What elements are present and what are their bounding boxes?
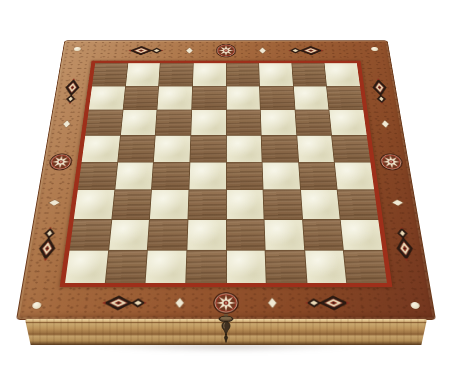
square-g8[interactable] [292,63,326,85]
square-d1[interactable] [186,251,225,283]
diamond-motif-inlay [101,295,148,312]
square-b2[interactable] [109,220,149,250]
square-e8[interactable] [226,63,259,85]
square-a8[interactable] [92,63,127,85]
diamond-motif-inlay [381,236,426,251]
corner-dot-inlay [410,302,420,309]
star-medallion-inlay [212,291,240,315]
square-c5[interactable] [154,136,190,162]
square-e2[interactable] [226,220,264,250]
corner-dot-inlay [371,47,379,51]
square-e3[interactable] [226,190,263,219]
square-b6[interactable] [121,110,157,135]
square-c8[interactable] [159,63,193,85]
square-a6[interactable] [85,110,122,135]
square-f7[interactable] [260,86,294,109]
square-h8[interactable] [325,63,360,85]
square-d6[interactable] [191,110,225,135]
playing-area [60,61,393,288]
square-g6[interactable] [295,110,331,135]
square-e4[interactable] [226,162,262,189]
square-c6[interactable] [156,110,191,135]
square-c2[interactable] [148,220,187,250]
diamond-motif-inlay [288,45,325,55]
square-c1[interactable] [146,251,187,283]
square-grid [65,63,387,283]
square-a2[interactable] [70,220,111,250]
diamond-motif-inlay [52,85,91,96]
square-b1[interactable] [105,251,147,283]
star-medallion-inlay [378,153,405,171]
corner-dot-inlay [32,302,42,309]
star-medallion-inlay [47,153,74,171]
square-g4[interactable] [299,162,337,189]
square-h4[interactable] [335,162,374,189]
square-h7[interactable] [327,86,363,109]
square-f5[interactable] [262,136,298,162]
diamond-motif-inlay [25,236,70,251]
square-f6[interactable] [261,110,296,135]
square-a1[interactable] [65,251,108,283]
small-diamond-inlay [174,297,184,309]
square-e6[interactable] [226,110,260,135]
diamond-motif-inlay [361,85,400,96]
square-h3[interactable] [338,190,378,219]
square-b8[interactable] [126,63,160,85]
square-g5[interactable] [297,136,334,162]
corner-dot-inlay [73,47,81,51]
square-g1[interactable] [305,251,347,283]
square-c3[interactable] [150,190,188,219]
square-a4[interactable] [78,162,117,189]
square-d2[interactable] [187,220,225,250]
square-g2[interactable] [303,220,343,250]
drawer-knob[interactable] [217,314,235,348]
square-d3[interactable] [188,190,225,219]
square-d4[interactable] [189,162,225,189]
square-b7[interactable] [123,86,158,109]
square-g7[interactable] [294,86,329,109]
square-f4[interactable] [263,162,300,189]
square-c4[interactable] [152,162,189,189]
small-diamond-inlay [185,47,193,54]
small-diamond-inlay [259,47,267,54]
square-f1[interactable] [266,251,307,283]
square-e5[interactable] [226,136,261,162]
square-b5[interactable] [118,136,155,162]
square-d5[interactable] [190,136,225,162]
square-a3[interactable] [74,190,114,219]
square-f8[interactable] [259,63,293,85]
small-diamond-inlay [392,198,403,208]
square-g3[interactable] [301,190,340,219]
square-e1[interactable] [226,251,265,283]
board-perspective-wrapper [16,40,436,320]
small-diamond-inlay [380,120,390,129]
square-h6[interactable] [330,110,367,135]
small-diamond-inlay [267,297,277,309]
square-b3[interactable] [112,190,151,219]
square-f2[interactable] [265,220,304,250]
square-b4[interactable] [115,162,153,189]
diamond-motif-inlay [304,295,351,312]
frame-ornaments-top [92,41,361,61]
square-h5[interactable] [332,136,370,162]
chess-board [16,40,436,320]
chessboard-photo [0,0,452,372]
small-diamond-inlay [62,120,72,129]
square-d7[interactable] [192,86,226,109]
square-c7[interactable] [158,86,192,109]
square-a5[interactable] [82,136,120,162]
square-h2[interactable] [341,220,382,250]
square-a7[interactable] [89,86,125,109]
star-medallion-inlay [215,43,237,58]
square-d8[interactable] [193,63,226,85]
diamond-motif-inlay [127,45,164,55]
small-diamond-inlay [49,198,60,208]
square-e7[interactable] [226,86,260,109]
square-f3[interactable] [264,190,302,219]
square-h1[interactable] [344,251,387,283]
